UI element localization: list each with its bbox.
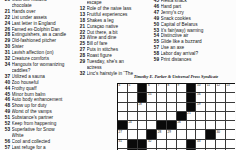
clue-line: 59Print distances [151,57,235,63]
cell-number: 6 [148,84,150,87]
crossword-cell[interactable] [147,112,157,121]
cell-number: 19 [197,103,200,106]
clue-text: Print distances [161,57,236,63]
crossword-cell[interactable]: 32 [147,140,157,149]
crossword-cell[interactable]: 12 [216,84,226,93]
black-cell [138,140,148,149]
cell-number: 24 [128,121,131,124]
black-cell [128,149,138,150]
crossword-cell[interactable] [226,130,235,139]
crossword-cell[interactable] [206,103,216,112]
crossword-cell[interactable] [226,103,235,112]
crossword-cell[interactable]: 18 [138,103,148,112]
crossword-cell[interactable] [177,103,187,112]
cell-number: 21 [187,112,190,115]
cell-number: 30 [217,131,220,134]
crossword-cell[interactable] [118,103,128,112]
crossword-cell[interactable] [118,93,128,102]
crossword-cell[interactable]: 7 [157,84,167,93]
clue-number: 32 [77,71,87,77]
crossword-cell[interactable] [157,140,167,149]
black-cell [138,84,148,93]
crossword-cell[interactable]: 30 [216,130,226,139]
cell-number: 27 [119,131,122,134]
crossword-cell[interactable]: 29 [167,130,177,139]
crossword-cell[interactable] [206,93,216,102]
crossword-cell[interactable] [226,93,235,102]
cell-number: 16 [197,93,200,96]
crossword-cell[interactable]: 19 [196,103,206,112]
black-cell [187,93,197,102]
black-cell [187,84,197,93]
crossword-cell[interactable] [128,93,138,102]
cell-number: 13 [226,84,229,87]
cell-number: 28 [158,131,161,134]
crossword-cell[interactable] [187,121,197,130]
crossword-grid: 4567891011121315161819212426272829303132… [117,83,235,150]
crossword-cell[interactable] [226,121,235,130]
cell-number: 9 [177,84,179,87]
crossword-cell[interactable] [177,93,187,102]
crossword-cell[interactable] [138,112,148,121]
crossword-cell[interactable] [128,103,138,112]
cell-number: 31 [119,140,122,143]
crossword-cell[interactable] [206,140,216,149]
cell-number: 7 [158,84,160,87]
crossword-cell[interactable]: 28 [157,130,167,139]
cell-number: 26 [177,121,180,124]
black-cell [187,149,197,150]
crossword-cell[interactable]: 13 [226,84,235,93]
crossword-cell[interactable]: 5 [128,84,138,93]
crossword-cell[interactable] [167,149,177,150]
crossword-cell[interactable] [196,121,206,130]
crossword-cell[interactable] [206,121,216,130]
crossword-cell[interactable] [138,121,148,130]
cell-number: 18 [138,103,141,106]
crossword-cell[interactable] [118,149,128,150]
crossword-cell[interactable]: 31 [118,140,128,149]
crossword-cell[interactable] [177,149,187,150]
crossword-cell[interactable] [167,140,177,149]
crossword-cell[interactable] [167,112,177,121]
black-cell [206,130,216,139]
crossword-cell[interactable] [138,130,148,139]
crossword-cell[interactable]: 33 [196,140,206,149]
crossword-cell[interactable]: 24 [128,121,138,130]
black-cell [128,140,138,149]
crossword-cell[interactable] [177,140,187,149]
crossword-cell[interactable]: 26 [177,121,187,130]
crossword-cell[interactable] [216,103,226,112]
crossword-cell[interactable] [216,149,226,150]
crossword-cell[interactable]: 4 [118,84,128,93]
crossword-cell[interactable]: 8 [167,84,177,93]
clue-number: 57 [2,145,12,150]
crossword-cell[interactable] [226,140,235,149]
crossword-cell[interactable] [157,103,167,112]
crossword-cell[interactable] [157,149,167,150]
crossword-cell[interactable] [226,149,235,150]
cell-number: 10 [197,84,200,87]
cell-number: 33 [197,140,200,143]
crossword-cell[interactable] [196,112,206,121]
crossword-cell[interactable] [216,93,226,102]
clue-column-right: 45Fiesta snack46Hand part47Jenny's cry49… [151,0,235,63]
crossword-cell[interactable] [196,149,206,150]
black-cell [187,140,197,149]
black-cell [138,149,148,150]
clue-column-middle: escape12Role of the naive lass13Fruitful… [77,0,149,77]
crossword-cell[interactable]: 11 [206,84,216,93]
puzzle-byline: Timothy E. Parker & Universal Press Synd… [117,74,235,79]
cell-number: 8 [168,84,170,87]
cell-number: 15 [148,93,151,96]
cell-number: 32 [148,140,151,143]
clue-line: 57Last refuge for a [2,145,75,150]
cell-number: 5 [128,84,130,87]
crossword-cell[interactable] [147,103,157,112]
clue-column-left: 20Most like moldedchocolate21Hands over2… [2,0,75,150]
crossword-cell[interactable]: 21 [187,112,197,121]
clue-text: Last refuge for a [12,145,76,150]
crossword-cell[interactable] [206,149,216,150]
crossword-cell[interactable] [216,140,226,149]
cell-number: 4 [119,84,121,87]
crossword-cell[interactable] [187,130,197,139]
cell-number: 11 [207,84,210,87]
crossword-cell[interactable] [147,149,157,150]
crossword-cell[interactable] [128,130,138,139]
cell-number: 29 [168,131,171,134]
cell-number: 12 [217,84,220,87]
crossword-cell[interactable] [147,121,157,130]
crossword-cell[interactable] [118,112,128,121]
crossword-cell[interactable]: 15 [147,93,157,102]
clue-number: 59 [151,57,161,63]
crossword-cell[interactable] [167,103,177,112]
crossword-cell[interactable] [177,130,187,139]
crossword-cell[interactable] [216,112,226,121]
crossword-cell[interactable] [206,112,216,121]
crossword-cell[interactable] [167,93,177,102]
crossword-cell[interactable]: 9 [177,84,187,93]
crossword-cell[interactable] [157,112,167,121]
crossword-cell[interactable] [157,93,167,102]
crossword-cell[interactable] [226,112,235,121]
